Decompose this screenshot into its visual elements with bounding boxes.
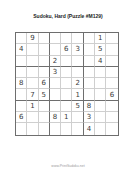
sudoku-cell-r9c6 bbox=[72, 123, 83, 134]
sudoku-cell-r6c8 bbox=[95, 89, 106, 100]
sudoku-cell-r1c2: 9 bbox=[27, 33, 38, 44]
sudoku-cell-r4c5 bbox=[61, 67, 72, 78]
sudoku-cell-r3c7 bbox=[84, 56, 95, 67]
sudoku-cell-r1c3 bbox=[39, 33, 50, 44]
sudoku-cell-r3c6 bbox=[72, 56, 83, 67]
sudoku-cell-r7c1 bbox=[16, 101, 27, 112]
sudoku-cell-r3c1 bbox=[16, 56, 27, 67]
sudoku-cell-r6c6: 1 bbox=[72, 89, 83, 100]
sudoku-cell-r7c6: 5 bbox=[72, 101, 83, 112]
sudoku-board: 914635243862751615868134 bbox=[15, 32, 119, 136]
sudoku-cell-r6c7 bbox=[84, 89, 95, 100]
sudoku-cell-r4c6 bbox=[72, 67, 83, 78]
sudoku-cell-r2c2 bbox=[27, 44, 38, 55]
sudoku-cell-r7c2: 1 bbox=[27, 101, 38, 112]
sudoku-cell-r2c6: 3 bbox=[72, 44, 83, 55]
sudoku-cell-r6c4 bbox=[50, 89, 61, 100]
sudoku-cell-r8c4: 8 bbox=[50, 112, 61, 123]
sudoku-cell-r9c8 bbox=[95, 123, 106, 134]
sudoku-cell-r2c3 bbox=[39, 44, 50, 55]
sudoku-cell-r3c5 bbox=[61, 56, 72, 67]
sudoku-cell-r7c8 bbox=[95, 101, 106, 112]
sudoku-cell-r8c9 bbox=[106, 112, 117, 123]
sudoku-cell-r5c2 bbox=[27, 78, 38, 89]
sudoku-cell-r7c7: 8 bbox=[84, 101, 95, 112]
sudoku-cell-r7c4 bbox=[50, 101, 61, 112]
sudoku-cell-r1c9 bbox=[106, 33, 117, 44]
sudoku-cell-r2c1: 4 bbox=[16, 44, 27, 55]
sudoku-cell-r8c7: 3 bbox=[84, 112, 95, 123]
sudoku-cell-r8c8 bbox=[95, 112, 106, 123]
sudoku-cell-r3c8: 4 bbox=[95, 56, 106, 67]
sudoku-cell-r2c7 bbox=[84, 44, 95, 55]
sudoku-cell-r1c8: 1 bbox=[95, 33, 106, 44]
sudoku-cell-r3c3 bbox=[39, 56, 50, 67]
sudoku-cell-r6c2: 7 bbox=[27, 89, 38, 100]
sudoku-cell-r2c8: 5 bbox=[95, 44, 106, 55]
sudoku-cell-r1c1 bbox=[16, 33, 27, 44]
sudoku-cell-r4c3 bbox=[39, 67, 50, 78]
sudoku-cell-r5c4 bbox=[50, 78, 61, 89]
sudoku-cell-r3c4: 2 bbox=[50, 56, 61, 67]
sudoku-cell-r4c4: 3 bbox=[50, 67, 61, 78]
sudoku-cell-r8c1: 6 bbox=[16, 112, 27, 123]
sudoku-cell-r5c5 bbox=[61, 78, 72, 89]
sudoku-cell-r4c7 bbox=[84, 67, 95, 78]
page-title: Sudoku, Hard (Puzzle #M129) bbox=[0, 13, 136, 19]
sudoku-cell-r5c9 bbox=[106, 78, 117, 89]
sudoku-cell-r1c5 bbox=[61, 33, 72, 44]
sudoku-cell-r1c7 bbox=[84, 33, 95, 44]
sudoku-cell-r2c9 bbox=[106, 44, 117, 55]
sudoku-cell-r5c3: 6 bbox=[39, 78, 50, 89]
sudoku-cell-r9c2 bbox=[27, 123, 38, 134]
sudoku-cell-r5c6: 2 bbox=[72, 78, 83, 89]
sudoku-cell-r1c6 bbox=[72, 33, 83, 44]
sudoku-cell-r6c9: 6 bbox=[106, 89, 117, 100]
sudoku-cell-r8c3 bbox=[39, 112, 50, 123]
sudoku-cell-r5c1: 8 bbox=[16, 78, 27, 89]
sudoku-cell-r8c6 bbox=[72, 112, 83, 123]
sudoku-cell-r7c9 bbox=[106, 101, 117, 112]
sudoku-cell-r2c4 bbox=[50, 44, 61, 55]
sudoku-cell-r9c4 bbox=[50, 123, 61, 134]
sudoku-cell-r5c7 bbox=[84, 78, 95, 89]
sudoku-page: Sudoku, Hard (Puzzle #M129) 914635243862… bbox=[0, 0, 136, 176]
sudoku-cell-r3c9 bbox=[106, 56, 117, 67]
sudoku-cell-r8c5: 1 bbox=[61, 112, 72, 123]
sudoku-cell-r3c2 bbox=[27, 56, 38, 67]
sudoku-cell-r6c1 bbox=[16, 89, 27, 100]
sudoku-cell-r1c4 bbox=[50, 33, 61, 44]
footer-url: www.PrintSudoku.net bbox=[0, 164, 136, 168]
sudoku-cell-r6c3: 5 bbox=[39, 89, 50, 100]
sudoku-cell-r8c2 bbox=[27, 112, 38, 123]
sudoku-cell-r4c2 bbox=[27, 67, 38, 78]
sudoku-cell-r9c1 bbox=[16, 123, 27, 134]
sudoku-cell-r7c3 bbox=[39, 101, 50, 112]
sudoku-cell-r9c3 bbox=[39, 123, 50, 134]
sudoku-cell-r9c5 bbox=[61, 123, 72, 134]
sudoku-cell-r6c5 bbox=[61, 89, 72, 100]
sudoku-cell-r2c5: 6 bbox=[61, 44, 72, 55]
sudoku-cell-r9c7: 4 bbox=[84, 123, 95, 134]
sudoku-cell-r4c9 bbox=[106, 67, 117, 78]
sudoku-cell-r4c8 bbox=[95, 67, 106, 78]
sudoku-cell-r5c8 bbox=[95, 78, 106, 89]
sudoku-cell-r4c1 bbox=[16, 67, 27, 78]
sudoku-cell-r9c9 bbox=[106, 123, 117, 134]
sudoku-cell-r7c5 bbox=[61, 101, 72, 112]
